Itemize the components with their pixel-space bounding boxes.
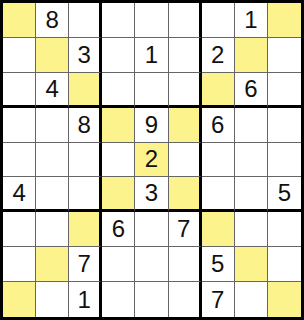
cell-r1c7[interactable] — [202, 3, 235, 38]
cell-r8c4[interactable] — [102, 247, 135, 282]
cell-r5c3[interactable] — [69, 143, 102, 178]
cell-r5c2[interactable] — [36, 143, 69, 178]
cell-r4c9[interactable] — [268, 108, 301, 143]
cell-r3c9[interactable] — [268, 73, 301, 108]
cell-r7c5[interactable] — [135, 212, 168, 247]
cell-r8c6[interactable] — [169, 247, 202, 282]
cell-r2c2[interactable] — [36, 38, 69, 73]
cell-r1c3[interactable] — [69, 3, 102, 38]
cell-r9c2[interactable] — [36, 282, 69, 317]
cell-r1c5[interactable] — [135, 3, 168, 38]
cell-r7c6[interactable]: 7 — [169, 212, 202, 247]
cell-r4c6[interactable] — [169, 108, 202, 143]
cell-r3c8[interactable]: 6 — [235, 73, 268, 108]
cell-r1c1[interactable] — [3, 3, 36, 38]
cell-r9c5[interactable] — [135, 282, 168, 317]
cell-r7c2[interactable] — [36, 212, 69, 247]
cell-r2c6[interactable] — [169, 38, 202, 73]
cell-r9c8[interactable] — [235, 282, 268, 317]
cell-r3c5[interactable] — [135, 73, 168, 108]
cell-r4c7[interactable]: 6 — [202, 108, 235, 143]
cell-r8c5[interactable] — [135, 247, 168, 282]
cell-r5c8[interactable] — [235, 143, 268, 178]
cell-r4c5[interactable]: 9 — [135, 108, 168, 143]
cell-r9c1[interactable] — [3, 282, 36, 317]
cell-r4c1[interactable] — [3, 108, 36, 143]
cell-r9c9[interactable] — [268, 282, 301, 317]
cell-r4c3[interactable]: 8 — [69, 108, 102, 143]
cell-r9c6[interactable] — [169, 282, 202, 317]
cell-r7c3[interactable] — [69, 212, 102, 247]
cell-r2c9[interactable] — [268, 38, 301, 73]
cell-r5c7[interactable] — [202, 143, 235, 178]
cell-r8c3[interactable]: 7 — [69, 247, 102, 282]
cell-r6c3[interactable] — [69, 177, 102, 212]
cell-r2c7[interactable]: 2 — [202, 38, 235, 73]
cell-r6c9[interactable]: 5 — [268, 177, 301, 212]
cell-r9c4[interactable] — [102, 282, 135, 317]
cell-r3c1[interactable] — [3, 73, 36, 108]
cell-r2c8[interactable] — [235, 38, 268, 73]
cell-r8c2[interactable] — [36, 247, 69, 282]
cell-r6c6[interactable] — [169, 177, 202, 212]
cell-r6c4[interactable] — [102, 177, 135, 212]
cell-r1c2[interactable]: 8 — [36, 3, 69, 38]
cell-r4c8[interactable] — [235, 108, 268, 143]
cell-r3c7[interactable] — [202, 73, 235, 108]
cell-r6c2[interactable] — [36, 177, 69, 212]
cell-r1c6[interactable] — [169, 3, 202, 38]
cell-r2c5[interactable]: 1 — [135, 38, 168, 73]
sudoku-board: 81312468962435677517 — [0, 0, 304, 320]
cell-r5c6[interactable] — [169, 143, 202, 178]
cell-r2c4[interactable] — [102, 38, 135, 73]
cell-r7c8[interactable] — [235, 212, 268, 247]
cell-r1c8[interactable]: 1 — [235, 3, 268, 38]
cell-r8c1[interactable] — [3, 247, 36, 282]
cell-r1c4[interactable] — [102, 3, 135, 38]
cell-r3c3[interactable] — [69, 73, 102, 108]
cell-r3c4[interactable] — [102, 73, 135, 108]
cell-r5c4[interactable] — [102, 143, 135, 178]
cell-r2c1[interactable] — [3, 38, 36, 73]
cell-r3c2[interactable]: 4 — [36, 73, 69, 108]
cell-r6c7[interactable] — [202, 177, 235, 212]
cell-r8c8[interactable] — [235, 247, 268, 282]
cell-r4c4[interactable] — [102, 108, 135, 143]
cell-r6c8[interactable] — [235, 177, 268, 212]
cell-r7c9[interactable] — [268, 212, 301, 247]
cell-r6c5[interactable]: 3 — [135, 177, 168, 212]
cell-r9c3[interactable]: 1 — [69, 282, 102, 317]
cell-r3c6[interactable] — [169, 73, 202, 108]
cell-r5c1[interactable] — [3, 143, 36, 178]
cell-r7c4[interactable]: 6 — [102, 212, 135, 247]
cell-r2c3[interactable]: 3 — [69, 38, 102, 73]
cell-r9c7[interactable]: 7 — [202, 282, 235, 317]
cell-r7c1[interactable] — [3, 212, 36, 247]
cell-r5c9[interactable] — [268, 143, 301, 178]
cell-r8c7[interactable]: 5 — [202, 247, 235, 282]
cell-r1c9[interactable] — [268, 3, 301, 38]
cell-r6c1[interactable]: 4 — [3, 177, 36, 212]
cell-r4c2[interactable] — [36, 108, 69, 143]
cell-r5c5[interactable]: 2 — [135, 143, 168, 178]
cell-r8c9[interactable] — [268, 247, 301, 282]
cell-r7c7[interactable] — [202, 212, 235, 247]
